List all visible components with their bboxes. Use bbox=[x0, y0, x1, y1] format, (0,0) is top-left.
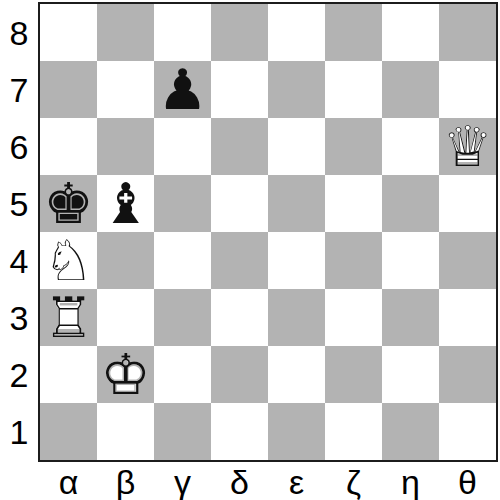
white-queen-h6: ♕ bbox=[439, 118, 496, 175]
square-f1[interactable] bbox=[325, 403, 382, 460]
chess-board: ♟♛♕♚♝♞♘♜♖♚♔ bbox=[38, 2, 498, 462]
square-e5[interactable] bbox=[268, 175, 325, 232]
square-h4[interactable] bbox=[439, 232, 496, 289]
square-c2[interactable] bbox=[154, 346, 211, 403]
square-h7[interactable] bbox=[439, 61, 496, 118]
square-d4[interactable] bbox=[211, 232, 268, 289]
square-f7[interactable] bbox=[325, 61, 382, 118]
file-label-g: η bbox=[382, 462, 439, 500]
square-b6[interactable] bbox=[97, 118, 154, 175]
square-e4[interactable] bbox=[268, 232, 325, 289]
square-d1[interactable] bbox=[211, 403, 268, 460]
square-f2[interactable] bbox=[325, 346, 382, 403]
square-a3[interactable]: ♜♖ bbox=[40, 289, 97, 346]
file-label-c: γ bbox=[154, 462, 211, 500]
rank-label-4: 4 bbox=[0, 232, 38, 289]
square-h1[interactable] bbox=[439, 403, 496, 460]
square-f4[interactable] bbox=[325, 232, 382, 289]
rank-label-2: 2 bbox=[0, 346, 38, 403]
square-a7[interactable] bbox=[40, 61, 97, 118]
square-c6[interactable] bbox=[154, 118, 211, 175]
square-a2[interactable] bbox=[40, 346, 97, 403]
black-king-a5: ♚ bbox=[40, 175, 97, 232]
square-g3[interactable] bbox=[382, 289, 439, 346]
square-d7[interactable] bbox=[211, 61, 268, 118]
square-d2[interactable] bbox=[211, 346, 268, 403]
square-a4[interactable]: ♞♘ bbox=[40, 232, 97, 289]
square-d6[interactable] bbox=[211, 118, 268, 175]
square-c1[interactable] bbox=[154, 403, 211, 460]
rank-label-8: 8 bbox=[0, 4, 38, 61]
square-g7[interactable] bbox=[382, 61, 439, 118]
rank-label-7: 7 bbox=[0, 61, 38, 118]
square-b8[interactable] bbox=[97, 4, 154, 61]
file-label-a: α bbox=[40, 462, 97, 500]
square-e8[interactable] bbox=[268, 4, 325, 61]
square-h8[interactable] bbox=[439, 4, 496, 61]
white-knight-a4: ♘ bbox=[40, 232, 97, 289]
square-b5[interactable]: ♝ bbox=[97, 175, 154, 232]
square-b7[interactable] bbox=[97, 61, 154, 118]
square-d3[interactable] bbox=[211, 289, 268, 346]
square-f5[interactable] bbox=[325, 175, 382, 232]
rank-label-6: 6 bbox=[0, 118, 38, 175]
white-king-fill: ♚ bbox=[97, 346, 154, 403]
square-g1[interactable] bbox=[382, 403, 439, 460]
square-e7[interactable] bbox=[268, 61, 325, 118]
square-c4[interactable] bbox=[154, 232, 211, 289]
square-e6[interactable] bbox=[268, 118, 325, 175]
square-g6[interactable] bbox=[382, 118, 439, 175]
square-d5[interactable] bbox=[211, 175, 268, 232]
black-bishop-b5: ♝ bbox=[97, 175, 154, 232]
file-label-h: θ bbox=[439, 462, 496, 500]
black-pawn-c7: ♟ bbox=[154, 61, 211, 118]
file-label-b: β bbox=[97, 462, 154, 500]
square-c5[interactable] bbox=[154, 175, 211, 232]
square-a6[interactable] bbox=[40, 118, 97, 175]
square-b2[interactable]: ♚♔ bbox=[97, 346, 154, 403]
square-c7[interactable]: ♟ bbox=[154, 61, 211, 118]
square-f6[interactable] bbox=[325, 118, 382, 175]
square-e1[interactable] bbox=[268, 403, 325, 460]
square-a1[interactable] bbox=[40, 403, 97, 460]
chess-diagram: 87654321 ♟♛♕♚♝♞♘♜♖♚♔ αβγδεζηθ bbox=[0, 0, 500, 500]
square-b3[interactable] bbox=[97, 289, 154, 346]
square-d8[interactable] bbox=[211, 4, 268, 61]
square-g8[interactable] bbox=[382, 4, 439, 61]
file-label-f: ζ bbox=[325, 462, 382, 500]
square-a5[interactable]: ♚ bbox=[40, 175, 97, 232]
square-f8[interactable] bbox=[325, 4, 382, 61]
white-rook-a3: ♖ bbox=[40, 289, 97, 346]
white-rook-fill: ♜ bbox=[40, 289, 97, 346]
file-labels: αβγδεζηθ bbox=[38, 462, 498, 500]
square-g5[interactable] bbox=[382, 175, 439, 232]
square-g2[interactable] bbox=[382, 346, 439, 403]
square-b1[interactable] bbox=[97, 403, 154, 460]
file-label-d: δ bbox=[211, 462, 268, 500]
square-h3[interactable] bbox=[439, 289, 496, 346]
square-c8[interactable] bbox=[154, 4, 211, 61]
square-e3[interactable] bbox=[268, 289, 325, 346]
white-knight-fill: ♞ bbox=[40, 232, 97, 289]
rank-label-1: 1 bbox=[0, 403, 38, 460]
rank-label-3: 3 bbox=[0, 289, 38, 346]
white-king-b2: ♔ bbox=[97, 346, 154, 403]
file-label-e: ε bbox=[268, 462, 325, 500]
rank-label-5: 5 bbox=[0, 175, 38, 232]
white-queen-fill: ♛ bbox=[439, 118, 496, 175]
square-g4[interactable] bbox=[382, 232, 439, 289]
square-h5[interactable] bbox=[439, 175, 496, 232]
rank-labels: 87654321 bbox=[0, 2, 38, 462]
square-b4[interactable] bbox=[97, 232, 154, 289]
square-a8[interactable] bbox=[40, 4, 97, 61]
square-e2[interactable] bbox=[268, 346, 325, 403]
square-c3[interactable] bbox=[154, 289, 211, 346]
square-h2[interactable] bbox=[439, 346, 496, 403]
square-f3[interactable] bbox=[325, 289, 382, 346]
square-h6[interactable]: ♛♕ bbox=[439, 118, 496, 175]
